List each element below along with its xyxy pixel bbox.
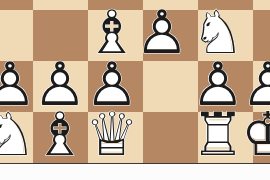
knight-glyph-outline: ♘ — [0, 104, 37, 163]
pawn-glyph-outline: ♙ — [135, 2, 189, 62]
chess-board: ♝♗♟♙♞♘♟♙♟♙♟♙♟♙♟♙♞♘♝♗♛♕♜♖♚♔ — [0, 0, 270, 163]
chess-app-window: ♝♗♟♙♞♘♟♙♟♙♟♙♟♙♟♙♞♘♝♗♛♕♜♖♚♔ 2. Bd3 Qh4 3.… — [0, 0, 270, 180]
move-notation-bar: 2. Bd3 Qh4 3. Nf3 Qf6 4. O-O d5 — [0, 163, 270, 180]
square-c4[interactable] — [33, 0, 88, 10]
king-glyph-outline: ♔ — [241, 104, 270, 163]
square-e2[interactable] — [143, 61, 198, 112]
rook-glyph-outline: ♖ — [191, 104, 245, 163]
queen-glyph-outline: ♕ — [85, 104, 139, 163]
bishop-glyph-outline: ♗ — [33, 104, 87, 163]
square-e1[interactable] — [143, 112, 198, 163]
square-g4[interactable] — [253, 0, 270, 10]
square-b4[interactable] — [0, 0, 33, 10]
